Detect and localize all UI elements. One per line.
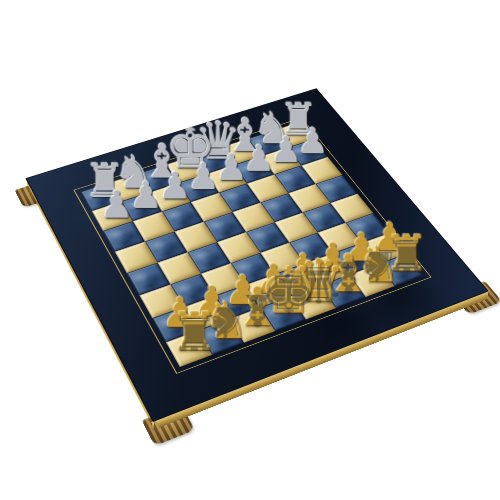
board-foot-top xyxy=(287,90,329,114)
square-f2: ♟ xyxy=(215,285,260,319)
board-grid: ♜♞♝♚♛♝♞♜♟♟♟♟♟♟♟♟♟♟♟♟♟♟♟♟♜♞♝♚♛♝♞♜ xyxy=(81,122,423,367)
white-pawn-a2: ♟ xyxy=(354,217,425,256)
photo-scene: ♜♞♝♚♛♝♞♜♟♟♟♟♟♟♟♟♟♟♟♟♟♟♟♟♜♞♝♚♛♝♞♜ xyxy=(0,0,500,500)
chess-board: ♜♞♝♚♛♝♞♜♟♟♟♟♟♟♟♟♟♟♟♟♟♟♟♟♜♞♝♚♛♝♞♜ xyxy=(27,89,488,421)
